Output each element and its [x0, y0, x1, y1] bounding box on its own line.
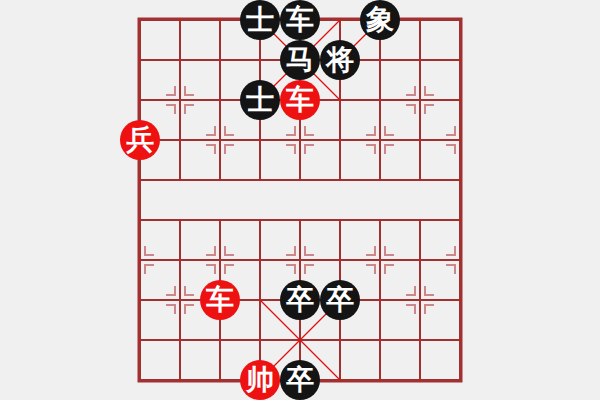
- piece-red-general[interactable]: 帅: [240, 360, 280, 400]
- piece-black-soldier-2[interactable]: 卒: [320, 280, 360, 320]
- piece-red-soldier-1[interactable]: 兵: [120, 120, 160, 160]
- piece-black-advisor-2[interactable]: 士: [240, 80, 280, 120]
- piece-black-elephant-1[interactable]: 象: [360, 0, 400, 40]
- piece-red-chariot-1[interactable]: 车: [280, 80, 320, 120]
- piece-black-advisor-1[interactable]: 士: [240, 0, 280, 40]
- piece-red-chariot-2[interactable]: 车: [200, 280, 240, 320]
- piece-black-soldier-3[interactable]: 卒: [280, 360, 320, 400]
- xiangqi-board: 士车象马将士车兵车卒卒帅卒: [0, 0, 600, 400]
- piece-black-horse-1[interactable]: 马: [280, 40, 320, 80]
- piece-black-chariot-1[interactable]: 车: [280, 0, 320, 40]
- piece-black-general[interactable]: 将: [320, 40, 360, 80]
- board-grid: 士车象马将士车兵车卒卒帅卒: [120, 0, 480, 400]
- piece-black-soldier-1[interactable]: 卒: [280, 280, 320, 320]
